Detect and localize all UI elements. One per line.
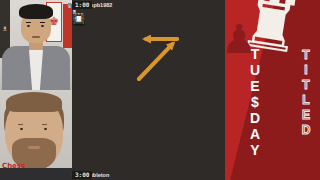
host-brow bbox=[42, 124, 47, 125]
tuesday-letter: T bbox=[243, 46, 267, 62]
guest-hair bbox=[19, 4, 53, 19]
streamer-clock: 3:00 bbox=[72, 171, 92, 179]
guest-mouth bbox=[32, 36, 40, 38]
host-hair bbox=[6, 92, 62, 112]
host-brow bbox=[18, 124, 23, 125]
host-webcam: Chess bbox=[0, 90, 72, 180]
titled-letter: T bbox=[297, 78, 315, 93]
guest-eye bbox=[41, 25, 44, 27]
stream-frame: ♗ ♚ Chess ♙ GM Shere_spb1982 (25 bbox=[0, 0, 320, 180]
banner-word-tuesday: TUE$DAY bbox=[243, 46, 267, 158]
banner-word-titled: TITLED bbox=[297, 48, 315, 138]
titled-letter: I bbox=[297, 63, 315, 78]
guest-webcam: ♗ ♚ bbox=[0, 0, 72, 90]
titled-letter: D bbox=[297, 123, 315, 138]
channel-watermark: Chess bbox=[2, 162, 25, 170]
opponent-player-bar: ♙ GM Shere_spb1982 (2508) 1:00 bbox=[72, 0, 225, 9]
tuesday-letter: E bbox=[243, 78, 267, 94]
tuesday-letter: Y bbox=[243, 142, 267, 158]
guest-brow bbox=[26, 22, 31, 23]
guest-eye bbox=[27, 25, 30, 27]
red-poster bbox=[63, 4, 72, 48]
host-mouth bbox=[28, 146, 40, 149]
tuesday-letter: A bbox=[243, 126, 267, 142]
tuesday-letter: U bbox=[243, 62, 267, 78]
host-eye bbox=[44, 128, 47, 130]
opponent-clock: 1:00 bbox=[72, 1, 92, 9]
titled-letter: T bbox=[297, 48, 315, 63]
titled-letter: E bbox=[297, 108, 315, 123]
titled-tuesday-banner: ♜ ♟ TUE$DAY TITLED bbox=[225, 0, 320, 180]
tuesday-letter: D bbox=[243, 110, 267, 126]
chess-panel: ♙ GM Shere_spb1982 (2508) 1:00 ♜8♝♛♚♝♞♜♟… bbox=[72, 0, 225, 180]
titled-letter: L bbox=[297, 93, 315, 108]
file-label-h: h bbox=[68, 3, 71, 8]
streamer-player-bar: GM GMHambleton (2612) 3:00 bbox=[72, 169, 225, 180]
guest-brow bbox=[40, 22, 45, 23]
host-eye bbox=[20, 128, 23, 130]
chess-board[interactable]: ♜8♝♛♚♝♞♜♟7♟♟♟♟6♞♟5♟♛4♝♟3♞♟2♟♟♟♟♟♜1a♞b♝cd… bbox=[72, 9, 225, 169]
tuesday-letter: $ bbox=[243, 94, 267, 110]
